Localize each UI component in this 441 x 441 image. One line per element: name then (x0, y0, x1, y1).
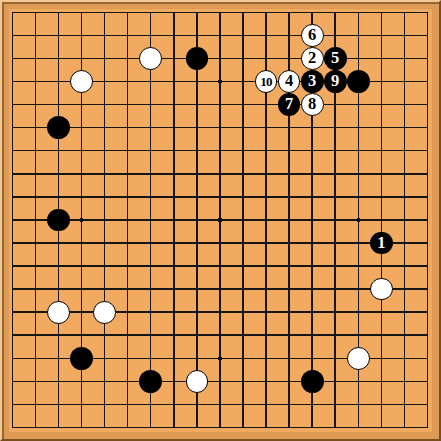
intersection (393, 162, 416, 185)
intersection (139, 208, 162, 231)
intersection (255, 139, 278, 162)
intersection (47, 347, 70, 370)
intersection (70, 70, 93, 93)
intersection (47, 416, 70, 439)
intersection (185, 47, 208, 70)
intersection (93, 162, 116, 185)
intersection (393, 278, 416, 301)
intersection (116, 231, 139, 254)
intersection (208, 116, 231, 139)
intersection: 5 (324, 47, 347, 70)
intersection (301, 370, 324, 393)
intersection (416, 416, 439, 439)
intersection (70, 93, 93, 116)
stone-white-move-4: 4 (278, 70, 301, 93)
intersection (70, 116, 93, 139)
intersection (208, 185, 231, 208)
intersection (255, 208, 278, 231)
intersection (301, 301, 324, 324)
intersection (324, 278, 347, 301)
intersection (416, 393, 439, 416)
star-point (218, 357, 221, 360)
stone-black (70, 347, 93, 370)
intersection (1, 139, 24, 162)
intersection (416, 116, 439, 139)
intersection (139, 370, 162, 393)
stone-black (347, 70, 370, 93)
stone-black-move-3: 3 (301, 70, 324, 93)
intersection (116, 162, 139, 185)
intersection (278, 324, 301, 347)
intersection (370, 47, 393, 70)
intersection (208, 70, 231, 93)
intersection (278, 116, 301, 139)
intersection (231, 347, 254, 370)
intersection (231, 324, 254, 347)
intersection (347, 185, 370, 208)
intersection (231, 208, 254, 231)
intersection (370, 24, 393, 47)
intersection (301, 255, 324, 278)
intersection (1, 93, 24, 116)
intersection (24, 116, 47, 139)
intersection (208, 278, 231, 301)
intersection (231, 162, 254, 185)
intersection (93, 278, 116, 301)
intersection (162, 116, 185, 139)
intersection (347, 393, 370, 416)
intersection (370, 393, 393, 416)
intersection (47, 93, 70, 116)
intersection (24, 393, 47, 416)
intersection (324, 393, 347, 416)
intersection (301, 393, 324, 416)
intersection (47, 185, 70, 208)
intersection (370, 139, 393, 162)
intersection (231, 24, 254, 47)
intersection (208, 231, 231, 254)
intersection (255, 347, 278, 370)
intersection (1, 278, 24, 301)
intersection (370, 370, 393, 393)
intersection (116, 70, 139, 93)
intersection (70, 162, 93, 185)
intersection (347, 208, 370, 231)
intersection (1, 301, 24, 324)
intersection (116, 347, 139, 370)
intersection (185, 70, 208, 93)
intersection (1, 370, 24, 393)
intersection (324, 416, 347, 439)
intersection (162, 416, 185, 439)
move-number: 1 (377, 235, 385, 252)
intersection (93, 370, 116, 393)
intersection (162, 93, 185, 116)
intersection (370, 416, 393, 439)
intersection (93, 1, 116, 24)
intersection (347, 24, 370, 47)
intersection (278, 24, 301, 47)
intersection (324, 185, 347, 208)
intersection (47, 116, 70, 139)
intersection (324, 139, 347, 162)
intersection (255, 116, 278, 139)
intersection (324, 370, 347, 393)
intersection (370, 116, 393, 139)
intersection (70, 370, 93, 393)
intersection (139, 255, 162, 278)
intersection (139, 93, 162, 116)
intersection (347, 416, 370, 439)
star-point (218, 218, 221, 221)
intersection (139, 416, 162, 439)
stone-black (186, 47, 209, 70)
intersection (347, 231, 370, 254)
intersection (393, 416, 416, 439)
intersection (185, 278, 208, 301)
intersection (370, 208, 393, 231)
intersection (93, 301, 116, 324)
intersection (185, 208, 208, 231)
intersection (185, 370, 208, 393)
intersection (93, 208, 116, 231)
intersection (139, 278, 162, 301)
intersection: 3 (301, 70, 324, 93)
intersection (208, 162, 231, 185)
intersection (47, 278, 70, 301)
intersection (24, 416, 47, 439)
intersection (416, 47, 439, 70)
intersection (393, 139, 416, 162)
intersection (116, 208, 139, 231)
intersection (393, 185, 416, 208)
intersection (255, 47, 278, 70)
stone-black (301, 370, 324, 393)
intersection (393, 231, 416, 254)
stone-white (70, 70, 93, 93)
intersection (1, 416, 24, 439)
intersection (255, 324, 278, 347)
intersection: 2 (301, 47, 324, 70)
intersection (47, 231, 70, 254)
intersection (416, 70, 439, 93)
intersection (278, 416, 301, 439)
intersection (301, 324, 324, 347)
intersection (24, 301, 47, 324)
intersection (139, 393, 162, 416)
intersection (116, 139, 139, 162)
intersection (208, 370, 231, 393)
board-grid: 62510439781 (1, 1, 439, 439)
intersection (208, 301, 231, 324)
intersection (324, 24, 347, 47)
intersection (393, 208, 416, 231)
intersection (47, 255, 70, 278)
intersection (416, 370, 439, 393)
move-number: 6 (308, 27, 316, 44)
intersection (24, 324, 47, 347)
stone-black-move-7: 7 (278, 93, 301, 116)
intersection (185, 416, 208, 439)
stone-white-move-2: 2 (301, 47, 324, 70)
intersection (301, 185, 324, 208)
intersection (416, 324, 439, 347)
stone-black (47, 116, 70, 139)
intersection (139, 231, 162, 254)
intersection (93, 47, 116, 70)
intersection (393, 70, 416, 93)
intersection (139, 301, 162, 324)
intersection (347, 347, 370, 370)
intersection (278, 208, 301, 231)
intersection (70, 139, 93, 162)
intersection (162, 231, 185, 254)
intersection (116, 278, 139, 301)
intersection (24, 347, 47, 370)
intersection (70, 185, 93, 208)
intersection (347, 301, 370, 324)
intersection (139, 162, 162, 185)
intersection (1, 324, 24, 347)
intersection (301, 416, 324, 439)
stone-black-move-5: 5 (324, 47, 347, 70)
intersection (185, 324, 208, 347)
intersection (370, 185, 393, 208)
intersection (255, 393, 278, 416)
intersection (93, 139, 116, 162)
intersection (324, 301, 347, 324)
intersection (139, 116, 162, 139)
intersection (278, 301, 301, 324)
intersection (139, 347, 162, 370)
intersection (208, 393, 231, 416)
intersection (347, 1, 370, 24)
intersection (393, 347, 416, 370)
move-number: 7 (285, 96, 293, 113)
intersection (393, 255, 416, 278)
intersection (255, 162, 278, 185)
intersection (301, 139, 324, 162)
intersection (185, 1, 208, 24)
intersection: 7 (278, 93, 301, 116)
intersection (70, 347, 93, 370)
intersection (139, 47, 162, 70)
intersection (162, 47, 185, 70)
intersection (70, 324, 93, 347)
intersection (116, 370, 139, 393)
stone-white-move-6: 6 (301, 24, 324, 47)
intersection (208, 416, 231, 439)
intersection (1, 47, 24, 70)
intersection (139, 70, 162, 93)
intersection (47, 162, 70, 185)
intersection (24, 185, 47, 208)
intersection (1, 162, 24, 185)
intersection (255, 1, 278, 24)
intersection (47, 24, 70, 47)
intersection (370, 93, 393, 116)
move-number: 3 (308, 73, 316, 90)
intersection (208, 47, 231, 70)
intersection (347, 162, 370, 185)
intersection (370, 301, 393, 324)
intersection (416, 24, 439, 47)
intersection (185, 162, 208, 185)
intersection (370, 1, 393, 24)
intersection (24, 24, 47, 47)
intersection (255, 255, 278, 278)
intersection (47, 301, 70, 324)
intersection (416, 139, 439, 162)
intersection (24, 1, 47, 24)
intersection (139, 185, 162, 208)
intersection (301, 231, 324, 254)
intersection (255, 185, 278, 208)
intersection (231, 185, 254, 208)
intersection (255, 93, 278, 116)
intersection (208, 347, 231, 370)
intersection (1, 24, 24, 47)
intersection (47, 324, 70, 347)
intersection (93, 416, 116, 439)
stone-white (347, 347, 370, 370)
intersection (24, 278, 47, 301)
intersection (231, 139, 254, 162)
intersection (24, 162, 47, 185)
move-number: 10 (260, 75, 271, 88)
intersection (393, 301, 416, 324)
intersection (347, 324, 370, 347)
intersection (347, 47, 370, 70)
move-number: 8 (308, 96, 316, 113)
intersection (70, 416, 93, 439)
intersection (231, 93, 254, 116)
intersection (139, 139, 162, 162)
stone-black-move-1: 1 (370, 232, 393, 255)
intersection (416, 93, 439, 116)
board-face: 62510439781 (9, 9, 432, 432)
intersection (393, 370, 416, 393)
intersection (347, 93, 370, 116)
intersection (231, 231, 254, 254)
intersection: 10 (255, 70, 278, 93)
intersection (1, 255, 24, 278)
intersection (416, 162, 439, 185)
intersection (278, 1, 301, 24)
intersection (255, 301, 278, 324)
intersection (301, 347, 324, 370)
intersection (393, 1, 416, 24)
intersection (47, 47, 70, 70)
intersection (324, 1, 347, 24)
intersection (1, 70, 24, 93)
intersection (116, 47, 139, 70)
intersection (70, 301, 93, 324)
intersection (324, 208, 347, 231)
stone-white (139, 47, 162, 70)
intersection (70, 231, 93, 254)
intersection (162, 70, 185, 93)
star-point (218, 80, 221, 83)
intersection (347, 116, 370, 139)
intersection (116, 393, 139, 416)
intersection (70, 255, 93, 278)
intersection (162, 24, 185, 47)
intersection (370, 70, 393, 93)
intersection (24, 255, 47, 278)
intersection (231, 255, 254, 278)
intersection (47, 139, 70, 162)
intersection (231, 116, 254, 139)
intersection (116, 185, 139, 208)
intersection (93, 70, 116, 93)
intersection (162, 393, 185, 416)
intersection (185, 347, 208, 370)
intersection (93, 93, 116, 116)
intersection (93, 347, 116, 370)
intersection (1, 208, 24, 231)
intersection (116, 116, 139, 139)
stone-white (186, 370, 209, 393)
intersection (1, 393, 24, 416)
intersection (162, 139, 185, 162)
intersection (231, 416, 254, 439)
intersection (70, 208, 93, 231)
move-number: 9 (331, 73, 339, 90)
intersection (185, 255, 208, 278)
intersection (231, 278, 254, 301)
intersection (93, 393, 116, 416)
intersection (416, 347, 439, 370)
intersection (393, 324, 416, 347)
intersection (255, 231, 278, 254)
intersection (370, 162, 393, 185)
intersection (208, 208, 231, 231)
intersection (162, 347, 185, 370)
intersection (255, 416, 278, 439)
intersection (255, 24, 278, 47)
intersection (185, 116, 208, 139)
intersection (278, 255, 301, 278)
intersection (393, 47, 416, 70)
intersection (324, 93, 347, 116)
intersection: 4 (278, 70, 301, 93)
intersection (93, 231, 116, 254)
intersection (255, 370, 278, 393)
stone-white-move-10: 10 (255, 70, 278, 93)
intersection (208, 1, 231, 24)
intersection (162, 185, 185, 208)
intersection (24, 70, 47, 93)
intersection (278, 370, 301, 393)
intersection (301, 162, 324, 185)
intersection (347, 70, 370, 93)
intersection (162, 1, 185, 24)
intersection (231, 1, 254, 24)
intersection (231, 393, 254, 416)
intersection (139, 324, 162, 347)
stone-white (370, 278, 393, 301)
intersection (185, 185, 208, 208)
intersection: 6 (301, 24, 324, 47)
intersection (370, 255, 393, 278)
intersection (208, 93, 231, 116)
intersection (185, 231, 208, 254)
intersection (324, 116, 347, 139)
intersection (116, 24, 139, 47)
intersection (278, 47, 301, 70)
intersection (324, 231, 347, 254)
